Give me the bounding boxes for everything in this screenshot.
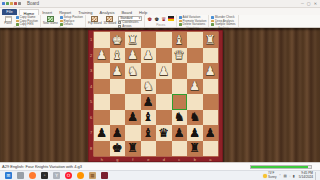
piece-bR-f8: ♜ <box>127 142 138 154</box>
red-queen-button[interactable]: ♛ <box>161 16 166 22</box>
blunder-check-icon <box>211 16 214 19</box>
language-flag-button[interactable] <box>168 16 174 21</box>
weather-condition: Sunny <box>268 175 277 179</box>
deep-analysis-icon <box>211 20 214 23</box>
square-d8[interactable] <box>156 141 172 157</box>
qat-icon-4[interactable] <box>18 2 21 5</box>
square-g7[interactable]: ♟ <box>110 125 126 141</box>
board-squares: ♚♜♝♜♟♝♟♟♛♟♞♟♟♞♟♟♟♝♞♞♟♟♝♛♟♟♟♚♜♜ <box>94 32 218 156</box>
square-b6[interactable]: ♞ <box>187 110 203 126</box>
square-d2[interactable] <box>156 48 172 64</box>
app-y[interactable]: Y <box>53 172 60 179</box>
piece-bQ-d7: ♛ <box>158 127 169 139</box>
piece-bR-b8: ♜ <box>189 142 200 154</box>
system-tray: 74°F Sunny ⌃▤◌▮ 9:45 PM 5/14/2024 <box>263 172 318 180</box>
replace-game-icon <box>60 20 63 23</box>
piece-wB-g2: ♝ <box>112 49 123 61</box>
square-a2[interactable] <box>203 48 219 64</box>
square-g2[interactable]: ♝ <box>110 48 126 64</box>
square-c5[interactable] <box>172 94 188 110</box>
qat-icon-2[interactable] <box>10 2 13 5</box>
title-bar: Board ─ ▢ ✕ <box>0 0 320 8</box>
square-c2[interactable]: ♛ <box>172 48 188 64</box>
square-e2[interactable]: ♟ <box>141 48 157 64</box>
square-f3[interactable]: ♞ <box>125 63 141 79</box>
add-variation-icon <box>179 16 182 19</box>
square-g6[interactable] <box>110 110 126 126</box>
square-b4[interactable]: ♟ <box>187 79 203 95</box>
piece-bP-c7: ♟ <box>174 127 185 139</box>
square-e4[interactable]: ♞ <box>141 79 157 95</box>
ribbon: PasteCopy GameCopy PositionCopy FENClipb… <box>0 15 320 28</box>
square-a5[interactable] <box>203 94 219 110</box>
opening-name-text: A29 English: Four Knights Variation with… <box>2 164 82 169</box>
firefox[interactable] <box>77 172 84 179</box>
square-g5[interactable] <box>110 94 126 110</box>
piece-wR-a1: ♜ <box>205 34 216 46</box>
square-g3[interactable]: ♟ <box>110 63 126 79</box>
taskbar: ⊞◦YO▦ 74°F Sunny ⌃▤◌▮ 9:45 PM 5/14/2024 <box>0 170 320 180</box>
progress-bar <box>250 165 312 169</box>
minimize-button[interactable]: ─ <box>301 1 304 6</box>
piece-wP-b4: ♟ <box>189 80 200 92</box>
square-d6[interactable] <box>156 110 172 126</box>
tray-icons: ⌃▤◌▮ <box>279 174 295 178</box>
square-h3[interactable] <box>94 63 110 79</box>
sun-icon <box>263 174 267 178</box>
app-dark[interactable]: ◦ <box>41 172 48 179</box>
piece-wP-a3: ♟ <box>205 65 216 77</box>
square-f7[interactable] <box>125 125 141 141</box>
square-b3[interactable] <box>187 63 203 79</box>
setup-position-icon <box>60 16 63 19</box>
weather-widget[interactable]: 74°F Sunny <box>263 172 277 178</box>
taskbar-clock[interactable]: 9:45 PM 5/14/2024 <box>299 172 313 179</box>
square-f4[interactable] <box>125 79 141 95</box>
square-b1[interactable] <box>187 32 203 48</box>
maximize-button[interactable]: ▢ <box>307 1 311 6</box>
square-b7[interactable]: ♟ <box>187 125 203 141</box>
piece-wP-d3: ♟ <box>158 65 169 77</box>
square-e8[interactable] <box>141 141 157 157</box>
piece-bP-b7: ♟ <box>189 127 200 139</box>
start-button[interactable]: ⊞ <box>5 172 12 179</box>
piece-wR-f1: ♜ <box>127 34 138 46</box>
new-game-button[interactable]: New Game <box>43 16 58 26</box>
square-h6[interactable] <box>94 110 110 126</box>
copy-game-icon <box>16 16 19 19</box>
piece-wP-e2: ♟ <box>143 49 154 61</box>
ribbon-group-variations: Add VariationPromote VariationDelete Var… <box>177 15 209 27</box>
square-c7[interactable]: ♟ <box>172 125 188 141</box>
opera[interactable]: O <box>65 172 72 179</box>
clock-date: 5/14/2024 <box>299 175 313 179</box>
piece-wB-c1: ♝ <box>174 34 185 46</box>
show-desktop-button[interactable] <box>315 172 318 180</box>
black-king-button[interactable]: ♚ <box>154 16 159 22</box>
main-area: 12345678 ♚♜♝♜♟♝♟♟♛♟♞♟♟♞♟♟♟♝♞♞♟♟♝♛♟♟♟♚♜♜ … <box>0 28 320 162</box>
chess-board: 12345678 ♚♜♝♜♟♝♟♟♛♟♞♟♟♞♟♟♟♝♞♞♟♟♝♛♟♟♟♚♜♜ … <box>88 30 223 162</box>
square-g4[interactable] <box>110 79 126 95</box>
tray-expand-icon[interactable]: ⌃ <box>279 174 282 178</box>
tray-volume-icon[interactable]: ◌ <box>289 174 291 178</box>
piece-bN-b6: ♞ <box>189 111 200 123</box>
square-e5[interactable]: ♟ <box>141 94 157 110</box>
ribbon-group-board: Flip Board3D BoardStandard▾✓Coordinates✓… <box>86 15 145 27</box>
square-c4[interactable] <box>172 79 188 95</box>
window-title: Board <box>27 1 39 6</box>
square-e3[interactable] <box>141 63 157 79</box>
piece-bK-g8: ♚ <box>112 142 123 154</box>
square-f6[interactable]: ♟ <box>125 110 141 126</box>
square-c6[interactable]: ♞ <box>172 110 188 126</box>
square-d7[interactable]: ♛ <box>156 125 172 141</box>
piece-bB-e7: ♝ <box>143 127 154 139</box>
chevron-down-icon: ▾ <box>139 16 141 20</box>
square-h5[interactable] <box>94 94 110 110</box>
piece-wN-f3: ♞ <box>127 65 138 77</box>
square-g8[interactable]: ♚ <box>110 141 126 157</box>
square-a1[interactable]: ♜ <box>203 32 219 48</box>
piece-wQ-c2: ♛ <box>174 49 185 61</box>
qat-icon-0[interactable] <box>2 2 5 5</box>
square-f8[interactable]: ♜ <box>125 141 141 157</box>
group-label-pieces: Pieces <box>147 23 174 27</box>
red-king-button[interactable]: ♚ <box>147 16 152 22</box>
square-h2[interactable]: ♟ <box>94 48 110 64</box>
piece-wP-g3: ♟ <box>112 65 123 77</box>
ribbon-group-clipboard: PasteCopy GameCopy PositionCopy FENClipb… <box>0 15 41 27</box>
ribbon-group-analysis: Blunder CheckDeep AnalysisSample GamesAn… <box>209 15 238 27</box>
ribbon-group-pieces: ♚♚♛Pieces <box>145 15 177 27</box>
app-maroon[interactable] <box>101 172 108 179</box>
window-controls: ─ ▢ ✕ <box>301 1 317 6</box>
browser-orange[interactable] <box>29 172 36 179</box>
piece-bB-e6: ♝ <box>143 111 154 123</box>
square-a7[interactable]: ♟ <box>203 125 219 141</box>
qat-icon-1[interactable] <box>6 2 9 5</box>
ribbon-tab-row: File HomeInsertReportTrainingAnalysisBoa… <box>0 8 320 15</box>
square-h1[interactable] <box>94 32 110 48</box>
copy-position-icon <box>16 20 19 23</box>
taskbar-icons: ⊞◦YO▦ <box>5 172 108 179</box>
square-a4[interactable] <box>203 79 219 95</box>
close-button[interactable]: ✕ <box>314 1 317 6</box>
status-bar: A29 English: Four Knights Variation with… <box>0 162 320 170</box>
new-game-icon <box>47 16 54 22</box>
square-c3[interactable] <box>172 63 188 79</box>
screen: Board ─ ▢ ✕ File HomeInsertReportTrainin… <box>0 0 320 180</box>
square-f2[interactable]: ♟ <box>125 48 141 64</box>
tray-network-icon[interactable]: ▤ <box>283 174 286 178</box>
paste-button[interactable]: Paste <box>2 16 14 26</box>
piece-bP-f6: ♟ <box>127 111 138 123</box>
promote-variation-icon <box>179 20 182 23</box>
square-c8[interactable] <box>172 141 188 157</box>
square-b8[interactable]: ♜ <box>187 141 203 157</box>
square-h7[interactable]: ♟ <box>94 125 110 141</box>
piece-bP-g7: ♟ <box>112 127 123 139</box>
square-e7[interactable]: ♝ <box>141 125 157 141</box>
tray-battery-icon[interactable]: ▮ <box>293 174 295 178</box>
piece-bP-h7: ♟ <box>96 127 107 139</box>
square-a8[interactable] <box>203 141 219 157</box>
square-f5[interactable] <box>125 94 141 110</box>
square-a3[interactable]: ♟ <box>203 63 219 79</box>
piece-bN-c6: ♞ <box>174 111 185 123</box>
square-c1[interactable]: ♝ <box>172 32 188 48</box>
board-style-button[interactable]: 3D Board <box>104 16 117 26</box>
chessbase-app[interactable]: ▦ <box>89 172 96 179</box>
piece-wP-h2: ♟ <box>96 49 107 61</box>
ribbon-group-game: New GameSetup PositionReplaceDetailsGame <box>41 15 86 27</box>
quick-access-toolbar[interactable] <box>2 2 21 5</box>
piece-bP-a7: ♟ <box>205 127 216 139</box>
square-d4[interactable] <box>156 79 172 95</box>
qat-icon-3[interactable] <box>14 2 17 5</box>
piece-wP-f2: ♟ <box>127 49 138 61</box>
file-explorer[interactable] <box>17 172 24 179</box>
square-g1[interactable]: ♚ <box>110 32 126 48</box>
piece-wN-e4: ♞ <box>143 80 154 92</box>
square-e1[interactable] <box>141 32 157 48</box>
piece-bP-e5: ♟ <box>143 96 154 108</box>
square-b5[interactable] <box>187 94 203 110</box>
square-h4[interactable] <box>94 79 110 95</box>
square-d3[interactable]: ♟ <box>156 63 172 79</box>
square-b2[interactable] <box>187 48 203 64</box>
square-d1[interactable] <box>156 32 172 48</box>
piece-wK-g1: ♚ <box>112 34 123 46</box>
square-d5[interactable] <box>156 94 172 110</box>
square-f1[interactable]: ♜ <box>125 32 141 48</box>
square-a6[interactable] <box>203 110 219 126</box>
flip-board-button[interactable]: Flip Board <box>88 16 102 26</box>
square-e6[interactable]: ♝ <box>141 110 157 126</box>
square-h8[interactable] <box>94 141 110 157</box>
